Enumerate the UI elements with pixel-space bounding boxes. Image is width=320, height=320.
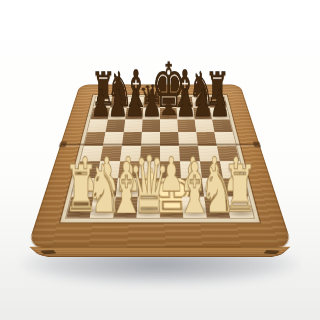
square-b6 (106, 119, 126, 132)
photo-scene: ♜♞♝♛♚♝♞♜♟♟♟♟♟♟♟♟♟♟♟♟♟♟♟♟♜♞♝♛♚♝♞♜ (0, 0, 320, 320)
square-e7: ♟ (160, 108, 177, 120)
square-f6 (177, 119, 196, 132)
dovetail-joint-left (40, 250, 57, 254)
dovetail-joint-right (263, 250, 280, 254)
chess-board-box: ♜♞♝♛♚♝♞♜♟♟♟♟♟♟♟♟♟♟♟♟♟♟♟♟♜♞♝♛♚♝♞♜ (27, 85, 293, 248)
square-e6 (160, 119, 178, 132)
square-h6 (212, 119, 232, 132)
square-c7: ♟ (125, 108, 143, 120)
chess-board: ♜♞♝♛♚♝♞♜♟♟♟♟♟♟♟♟♟♟♟♟♟♟♟♟♜♞♝♛♚♝♞♜ (60, 95, 259, 223)
square-d6 (142, 119, 160, 132)
box-front-face (29, 246, 291, 257)
square-c6 (124, 119, 143, 132)
board-grid: ♜♞♝♛♚♝♞♜♟♟♟♟♟♟♟♟♟♟♟♟♟♟♟♟♜♞♝♛♚♝♞♜ (66, 97, 253, 218)
square-d7: ♟ (143, 108, 160, 120)
square-h7: ♟ (210, 108, 230, 120)
